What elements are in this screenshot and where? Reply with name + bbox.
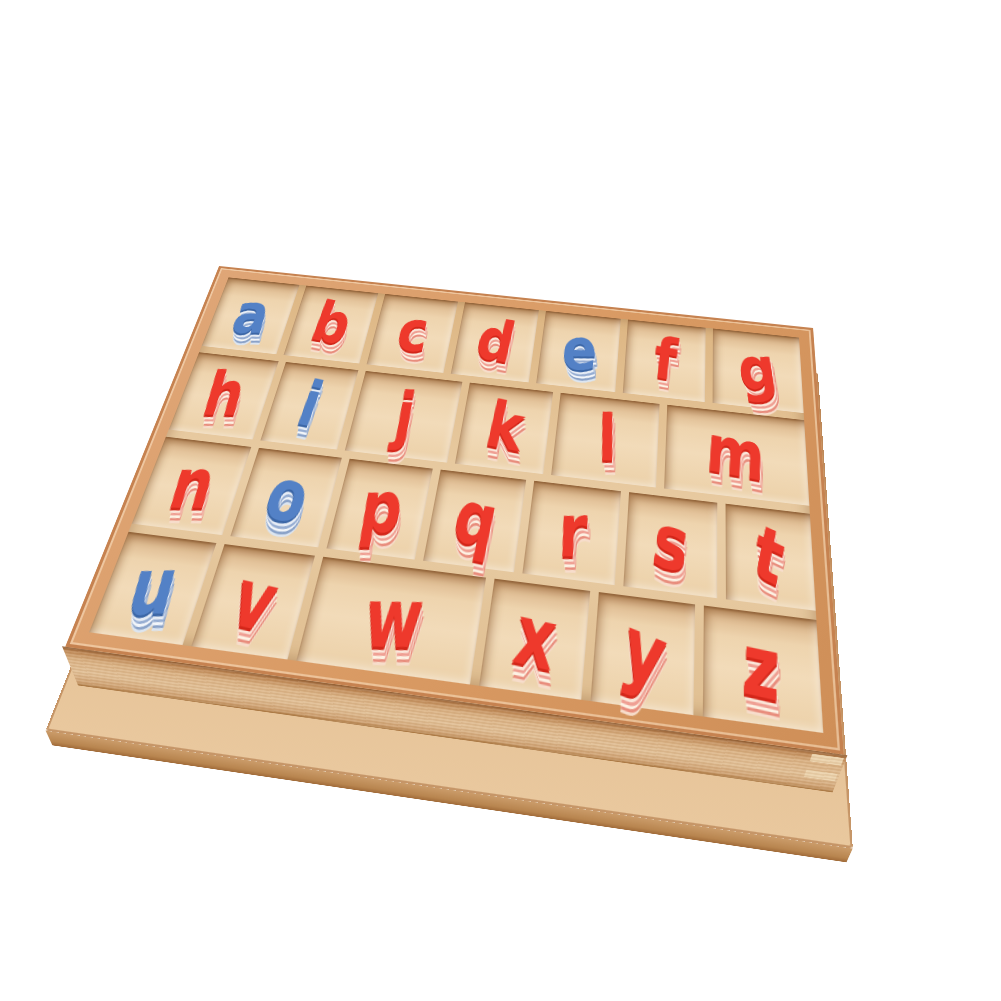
compartment-m[interactable]: m — [664, 405, 809, 506]
compartment-c[interactable]: c — [367, 294, 458, 373]
compartment-k[interactable]: k — [455, 382, 553, 473]
compartment-d[interactable]: d — [451, 302, 539, 382]
compartment-n[interactable]: n — [132, 436, 252, 535]
letter-tile-w[interactable]: w — [359, 578, 428, 661]
letter-tile-m[interactable]: m — [705, 416, 766, 492]
compartment-l[interactable]: l — [551, 393, 660, 488]
compartment-b[interactable]: b — [284, 286, 379, 364]
letter-tile-n[interactable]: n — [162, 450, 222, 519]
letter-tile-l[interactable]: l — [597, 407, 616, 472]
letter-tile-v[interactable]: v — [222, 557, 287, 644]
letter-tile-d[interactable]: d — [471, 311, 520, 373]
letter-tile-a[interactable]: a — [227, 288, 276, 342]
compartment-r[interactable]: r — [522, 480, 620, 585]
compartment-s[interactable]: s — [623, 492, 717, 599]
compartment-h[interactable]: h — [169, 352, 278, 439]
compartment-j[interactable]: j — [344, 371, 462, 463]
letter-tile-u[interactable]: u — [121, 548, 186, 628]
letter-tile-p[interactable]: p — [354, 473, 406, 544]
letter-tile-j[interactable]: j — [390, 384, 420, 447]
compartment-a[interactable]: a — [202, 277, 300, 354]
letter-tile-o[interactable]: o — [256, 458, 317, 535]
compartment-w[interactable]: w — [297, 557, 486, 684]
letter-tile-r[interactable]: r — [557, 495, 588, 568]
compartment-z[interactable]: z — [703, 606, 823, 733]
compartment-u[interactable]: u — [89, 532, 216, 645]
compartment-t[interactable]: t — [725, 503, 816, 611]
compartment-g[interactable]: g — [712, 328, 803, 412]
compartment-p[interactable]: p — [326, 458, 433, 560]
letter-tile-t[interactable]: t — [747, 515, 789, 598]
letter-tile-b[interactable]: b — [305, 294, 359, 354]
letter-tile-s[interactable]: s — [648, 503, 693, 586]
compartment-y[interactable]: y — [590, 592, 695, 715]
compartment-q[interactable]: q — [423, 469, 526, 572]
letter-tile-x[interactable]: x — [509, 593, 562, 685]
letter-tile-z[interactable]: z — [741, 621, 781, 715]
letter-tile-i[interactable]: i — [290, 373, 329, 437]
compartment-v[interactable]: v — [191, 544, 315, 659]
letter-tile-e[interactable]: e — [561, 322, 597, 379]
letter-tile-f[interactable]: f — [651, 330, 679, 391]
compartment-o[interactable]: o — [230, 447, 341, 547]
letter-tile-y[interactable]: y — [615, 604, 672, 702]
letter-tile-q[interactable]: q — [448, 480, 504, 559]
letter-tile-h[interactable]: h — [197, 364, 252, 425]
letter-tile-k[interactable]: k — [481, 393, 530, 462]
compartment-i[interactable]: i — [260, 362, 358, 449]
compartment-f[interactable]: f — [623, 320, 706, 402]
compartment-e[interactable]: e — [536, 311, 621, 392]
letter-tile-g[interactable]: g — [734, 340, 780, 400]
letter-tile-c[interactable]: c — [394, 305, 433, 360]
compartment-x[interactable]: x — [479, 579, 590, 700]
product-photo-scene: abcdefghijklmnopqrstuvwxyz — [0, 0, 1001, 1001]
alphabet-box: abcdefghijklmnopqrstuvwxyz — [65, 266, 844, 755]
